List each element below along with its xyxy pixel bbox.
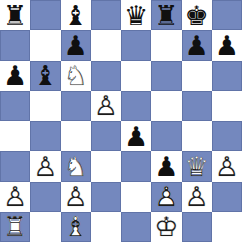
black-bishop-glyph: ♝ [33,62,57,89]
square-e6[interactable] [121,61,151,91]
square-f5[interactable] [151,91,181,121]
white-pawn-outline-glyph: ♙ [64,183,88,210]
square-a1[interactable]: ♜♖ [0,212,30,242]
piece-white-pawn-h3[interactable]: ♟♙ [212,151,242,181]
square-b1[interactable] [30,212,60,242]
square-h8[interactable] [212,0,242,30]
white-knight-outline-glyph: ♘ [64,62,88,89]
white-pawn-outline-glyph: ♙ [154,183,178,210]
square-c6[interactable]: ♞♘ [61,61,91,91]
square-b3[interactable]: ♟♙ [30,151,60,181]
square-f4[interactable] [151,121,181,151]
square-c8[interactable]: ♝ [61,0,91,30]
piece-black-bishop-b6[interactable]: ♝ [30,61,60,91]
square-a6[interactable]: ♟ [0,61,30,91]
piece-black-bishop-c8[interactable]: ♝ [61,0,91,30]
piece-white-pawn-b3[interactable]: ♟♙ [30,151,60,181]
square-f1[interactable]: ♚♔ [151,212,181,242]
square-c4[interactable] [61,121,91,151]
square-d7[interactable] [91,30,121,60]
piece-white-king-f1[interactable]: ♚♔ [151,212,181,242]
square-a8[interactable]: ♜ [0,0,30,30]
square-e2[interactable] [121,182,151,212]
square-c5[interactable] [61,91,91,121]
square-a5[interactable] [0,91,30,121]
white-pawn-outline-glyph: ♙ [94,92,118,119]
square-e7[interactable] [121,30,151,60]
square-d1[interactable] [91,212,121,242]
square-e4[interactable]: ♟ [121,121,151,151]
piece-white-knight-c3[interactable]: ♞♘ [61,151,91,181]
piece-white-knight-c6[interactable]: ♞♘ [61,61,91,91]
square-e8[interactable]: ♛ [121,0,151,30]
square-b8[interactable] [30,0,60,30]
square-d8[interactable] [91,0,121,30]
white-rook-outline-glyph: ♖ [3,213,27,240]
piece-black-king-g8[interactable]: ♚ [182,0,212,30]
piece-black-pawn-f3[interactable]: ♟ [151,151,181,181]
square-c7[interactable]: ♟ [61,30,91,60]
black-rook-glyph: ♜ [154,2,178,29]
square-b7[interactable] [30,30,60,60]
piece-black-rook-a8[interactable]: ♜ [0,0,30,30]
square-h3[interactable]: ♟♙ [212,151,242,181]
black-pawn-glyph: ♟ [185,32,209,59]
piece-white-pawn-f2[interactable]: ♟♙ [151,182,181,212]
square-c3[interactable]: ♞♘ [61,151,91,181]
black-pawn-glyph: ♟ [124,123,148,150]
black-bishop-glyph: ♝ [64,2,88,29]
white-bishop-outline-glyph: ♗ [64,213,88,240]
piece-black-pawn-c7[interactable]: ♟ [61,30,91,60]
white-pawn-outline-glyph: ♙ [33,153,57,180]
square-c2[interactable]: ♟♙ [61,182,91,212]
square-f2[interactable]: ♟♙ [151,182,181,212]
chess-board: ♜♝♛♜♚♟♟♟♟♝♞♘♟♙♟♟♙♞♘♟♛♕♟♙♟♙♟♙♟♙♟♙♜♖♝♗♚♔ [0,0,242,242]
black-rook-glyph: ♜ [3,2,27,29]
square-b4[interactable] [30,121,60,151]
square-e1[interactable] [121,212,151,242]
square-a4[interactable] [0,121,30,151]
square-d4[interactable] [91,121,121,151]
square-a2[interactable]: ♟♙ [0,182,30,212]
square-e3[interactable] [121,151,151,181]
square-h2[interactable] [212,182,242,212]
black-pawn-glyph: ♟ [215,32,239,59]
piece-white-rook-a1[interactable]: ♜♖ [0,212,30,242]
square-g2[interactable]: ♟♙ [182,182,212,212]
white-pawn-outline-glyph: ♙ [215,153,239,180]
piece-white-bishop-c1[interactable]: ♝♗ [61,212,91,242]
white-pawn-outline-glyph: ♙ [185,183,209,210]
square-d5[interactable]: ♟♙ [91,91,121,121]
black-king-glyph: ♚ [185,2,209,29]
square-b2[interactable] [30,182,60,212]
square-g5[interactable] [182,91,212,121]
square-g1[interactable] [182,212,212,242]
square-b5[interactable] [30,91,60,121]
piece-white-pawn-g2[interactable]: ♟♙ [182,182,212,212]
white-queen-outline-glyph: ♕ [185,153,209,180]
piece-black-pawn-g7[interactable]: ♟ [182,30,212,60]
square-g3[interactable]: ♛♕ [182,151,212,181]
black-pawn-glyph: ♟ [154,153,178,180]
square-d3[interactable] [91,151,121,181]
piece-black-pawn-h7[interactable]: ♟ [212,30,242,60]
square-h1[interactable] [212,212,242,242]
piece-white-queen-g3[interactable]: ♛♕ [182,151,212,181]
square-g6[interactable] [182,61,212,91]
square-g7[interactable]: ♟ [182,30,212,60]
square-g4[interactable] [182,121,212,151]
square-b6[interactable]: ♝ [30,61,60,91]
piece-black-rook-f8[interactable]: ♜ [151,0,181,30]
square-f3[interactable]: ♟ [151,151,181,181]
piece-white-pawn-d5[interactable]: ♟♙ [91,91,121,121]
white-pawn-outline-glyph: ♙ [3,183,27,210]
square-h5[interactable] [212,91,242,121]
white-king-outline-glyph: ♔ [154,213,178,240]
black-queen-glyph: ♛ [124,2,148,29]
square-g8[interactable]: ♚ [182,0,212,30]
white-knight-outline-glyph: ♘ [64,153,88,180]
square-a7[interactable] [0,30,30,60]
square-d6[interactable] [91,61,121,91]
piece-black-pawn-e4[interactable]: ♟ [121,121,151,151]
black-pawn-glyph: ♟ [64,32,88,59]
square-f7[interactable] [151,30,181,60]
square-c1[interactable]: ♝♗ [61,212,91,242]
square-f8[interactable]: ♜ [151,0,181,30]
square-d2[interactable] [91,182,121,212]
square-f6[interactable] [151,61,181,91]
square-a3[interactable] [0,151,30,181]
piece-white-pawn-a2[interactable]: ♟♙ [0,182,30,212]
square-h7[interactable]: ♟ [212,30,242,60]
black-pawn-glyph: ♟ [3,62,27,89]
piece-white-pawn-c2[interactable]: ♟♙ [61,182,91,212]
piece-black-queen-e8[interactable]: ♛ [121,0,151,30]
square-e5[interactable] [121,91,151,121]
square-h6[interactable] [212,61,242,91]
square-h4[interactable] [212,121,242,151]
piece-black-pawn-a6[interactable]: ♟ [0,61,30,91]
